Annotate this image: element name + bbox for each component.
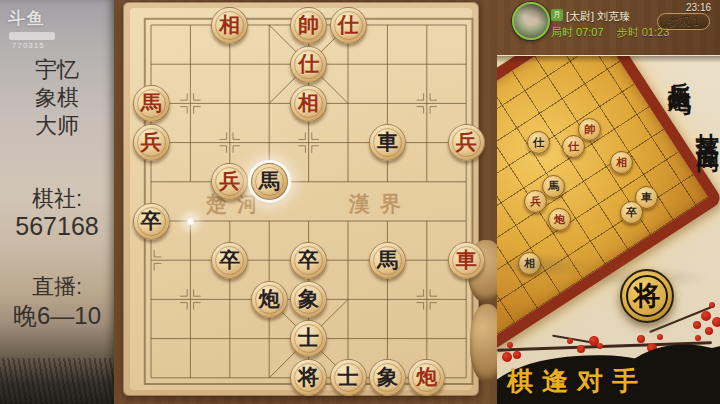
blossom — [597, 343, 603, 349]
piece-black-馬[interactable]: 馬 — [251, 163, 288, 200]
piece-black-象[interactable]: 象 — [369, 359, 406, 396]
game-time: 局时 07:07 — [551, 26, 607, 38]
left-info-panel: 斗鱼 770315 宇忆 象棋 大师 棋社: 567168 直播: 晚6—10 — [0, 0, 114, 404]
piece-black-士[interactable]: 士 — [330, 359, 367, 396]
poster-piece-炮: 炮 — [548, 208, 571, 231]
player-name: [太尉] 刘克臻 — [566, 9, 630, 24]
piece-red-兵[interactable]: 兵 — [448, 124, 485, 161]
timers-row: 局时 07:07 步时 01:23 — [551, 25, 669, 40]
douyu-logo: 斗鱼 — [8, 7, 55, 30]
blossom — [513, 351, 521, 359]
piece-black-車[interactable]: 車 — [369, 124, 406, 161]
blossom — [637, 335, 645, 343]
blossom — [502, 352, 512, 362]
piece-red-帥[interactable]: 帥 — [290, 7, 327, 44]
poster-slogan: 棋逢对手 — [507, 364, 647, 399]
sidebar-photo-grass — [0, 358, 114, 404]
piece-black-卒[interactable]: 卒 — [211, 242, 248, 279]
blossom — [577, 345, 585, 353]
poster-piece-相: 相 — [610, 151, 633, 174]
piece-red-相[interactable]: 相 — [290, 85, 327, 122]
blossom — [701, 311, 711, 321]
streamer-title-line-1: 宇忆 — [0, 56, 114, 84]
piece-black-馬[interactable]: 馬 — [369, 242, 406, 279]
blossom — [693, 321, 701, 329]
piece-red-兵[interactable]: 兵 — [133, 124, 170, 161]
piece-black-象[interactable]: 象 — [290, 281, 327, 318]
blossom — [695, 335, 701, 341]
blossom — [709, 302, 715, 308]
poster-piece-兵: 兵 — [524, 190, 547, 213]
piece-red-車[interactable]: 車 — [448, 242, 485, 279]
member-badge: 月 — [551, 9, 563, 21]
piece-black-卒[interactable]: 卒 — [133, 203, 170, 240]
blossom — [705, 327, 713, 335]
system-clock: 23:16 — [686, 2, 711, 13]
calligraphy-right-column: 技艺盖世间 — [693, 114, 720, 134]
last-move-origin-marker — [185, 216, 196, 227]
club-label: 棋社: — [0, 184, 114, 214]
calligraphy-left-column: 兵挺炮鸣 — [665, 63, 696, 79]
poster-piece-仕: 仕 — [562, 135, 585, 158]
blossom — [657, 334, 663, 340]
river-label-right: 漢界 — [349, 190, 411, 218]
ink-wash-landscape — [497, 236, 720, 306]
room-id: 770315 — [8, 41, 55, 50]
decor-poster: 帥仕仕相馬兵車卒炮相 兵挺炮鸣 技艺盖世间 棋逢对手 将 — [497, 55, 720, 404]
player-avatar[interactable] — [512, 2, 550, 40]
douyu-banner — [9, 32, 55, 40]
club-number: 567168 — [0, 212, 114, 241]
piece-black-卒[interactable]: 卒 — [290, 242, 327, 279]
general-coin: 将 — [620, 269, 674, 323]
piece-red-馬[interactable]: 馬 — [133, 85, 170, 122]
topbar-shadow — [497, 56, 720, 63]
poster-piece-馬: 馬 — [542, 175, 565, 198]
piece-black-炮[interactable]: 炮 — [251, 281, 288, 318]
spectate-button[interactable]: 参观 1 — [657, 13, 710, 30]
piece-red-仕[interactable]: 仕 — [330, 7, 367, 44]
blossom — [712, 317, 720, 327]
blossom — [507, 342, 513, 348]
blossom — [567, 338, 573, 344]
poster-piece-卒: 卒 — [620, 201, 643, 224]
stream-screen: 斗鱼 770315 宇忆 象棋 大师 棋社: 567168 直播: 晚6—10 … — [0, 0, 720, 404]
live-label: 直播: — [0, 272, 114, 302]
piece-red-相[interactable]: 相 — [211, 7, 248, 44]
poster-piece-仕: 仕 — [527, 131, 550, 154]
douyu-watermark: 斗鱼 770315 — [8, 7, 55, 50]
piece-black-士[interactable]: 士 — [290, 320, 327, 357]
piece-red-仕[interactable]: 仕 — [290, 46, 327, 83]
live-schedule: 晚6—10 — [0, 300, 114, 332]
streamer-title-line-3: 大师 — [0, 112, 114, 140]
streamer-title-line-2: 象棋 — [0, 84, 114, 112]
streamer-title: 宇忆 象棋 大师 — [0, 56, 114, 140]
